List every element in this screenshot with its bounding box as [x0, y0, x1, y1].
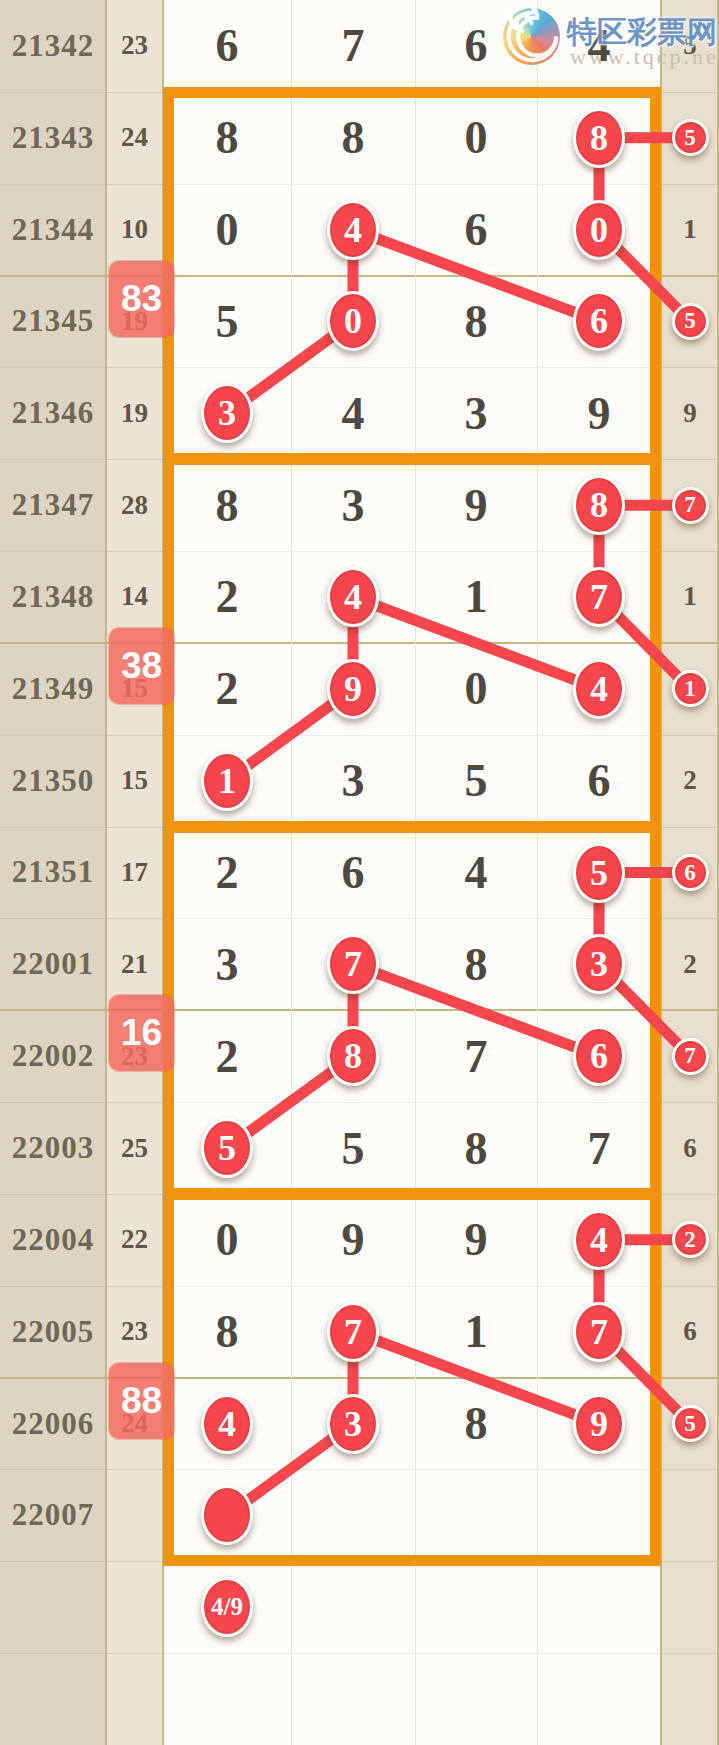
circled-digit: 5 [201, 1118, 253, 1178]
trend-line [353, 1332, 599, 1424]
circled-digit: 6 [573, 291, 625, 351]
circled-digit: 3 [327, 1394, 379, 1454]
trend-line [353, 597, 599, 689]
circled-digit: 7 [327, 1302, 379, 1362]
prediction-circle: 4/9 [201, 1577, 253, 1637]
site-logo-swirl-icon [503, 8, 560, 65]
circled-digit: 7 [327, 934, 379, 994]
circled-right-digit: 5 [672, 119, 709, 156]
miss-badge: 88 [109, 1363, 174, 1439]
circled-digit: 3 [201, 383, 253, 443]
circled-digit: 6 [573, 1026, 625, 1086]
circled-digit: 4 [327, 567, 379, 627]
circled-digit: 8 [573, 475, 625, 535]
circled-right-digit: 7 [672, 487, 709, 524]
circled-digit: 7 [573, 567, 625, 627]
circled-right-digit: 2 [672, 1221, 709, 1258]
circled-digit: 8 [573, 108, 625, 168]
circled-digit: 9 [573, 1394, 625, 1454]
circled-right-digit: 5 [672, 1405, 709, 1442]
miss-badge: 38 [109, 628, 174, 704]
circled-digit: 9 [327, 659, 379, 719]
circled-digit: 0 [327, 291, 379, 351]
circled-digit: 0 [573, 200, 625, 260]
circled-right-digit: 6 [672, 854, 709, 891]
site-logo-text: 特区彩票网 [566, 12, 718, 53]
circled-right-digit: 7 [672, 1038, 709, 1075]
trend-line [353, 230, 599, 322]
circled-digit: 4 [201, 1394, 253, 1454]
lottery-trend-chart: www.tqcp.net 特区彩票网 213422367645213432488… [0, 0, 719, 1745]
trend-line [353, 964, 599, 1056]
circled-right-digit: 1 [672, 670, 709, 707]
solid-dot [201, 1485, 253, 1545]
circled-digit: 7 [573, 1302, 625, 1362]
circled-digit: 4 [573, 659, 625, 719]
miss-badge: 83 [109, 261, 174, 337]
circled-digit: 1 [201, 751, 253, 811]
circled-digit: 4 [327, 200, 379, 260]
swirl-icon [503, 8, 560, 65]
circled-digit: 8 [327, 1026, 379, 1086]
circled-digit: 4 [573, 1210, 625, 1270]
circled-digit: 3 [573, 934, 625, 994]
circled-right-digit: 5 [672, 303, 709, 340]
miss-badge: 16 [109, 995, 174, 1071]
circled-digit: 5 [573, 843, 625, 903]
